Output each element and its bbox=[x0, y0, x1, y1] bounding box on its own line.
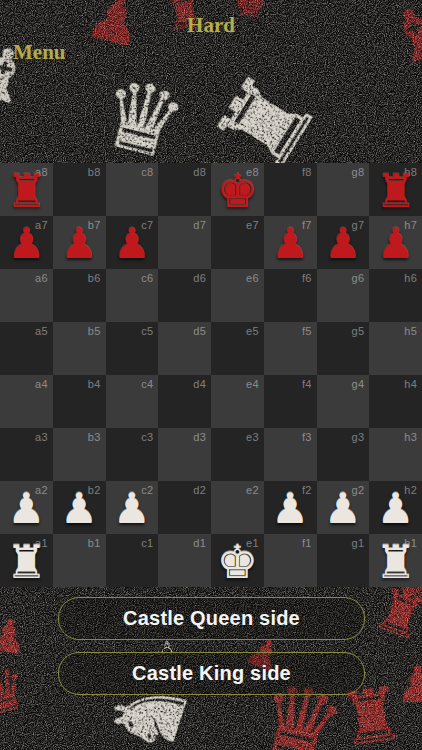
square-b6[interactable]: b6 bbox=[53, 269, 106, 322]
square-label-f1: f1 bbox=[302, 537, 312, 549]
square-b2[interactable]: b2♟ bbox=[53, 481, 106, 534]
square-label-c6: c6 bbox=[141, 272, 153, 284]
chess-board: a8♜b8c8d8e8♚f8g8h8♜a7♟b7♟c7♟d7e7f7♟g7♟h7… bbox=[0, 163, 422, 587]
square-f6[interactable]: f6 bbox=[264, 269, 317, 322]
square-label-c1: c1 bbox=[141, 537, 153, 549]
square-g2[interactable]: g2♟ bbox=[317, 481, 370, 534]
castle-queenside-button[interactable]: Castle Queen side bbox=[58, 597, 365, 640]
square-label-a6: a6 bbox=[35, 272, 48, 284]
square-d4[interactable]: d4 bbox=[158, 375, 211, 428]
square-e2[interactable]: e2 bbox=[211, 481, 264, 534]
square-label-c3: c3 bbox=[141, 431, 153, 443]
square-e5[interactable]: e5 bbox=[211, 322, 264, 375]
square-label-g4: g4 bbox=[352, 378, 365, 390]
castle-kingside-button[interactable]: Castle King side bbox=[58, 652, 365, 695]
square-label-b4: b4 bbox=[88, 378, 101, 390]
castle-kingside-label: Castle King side bbox=[132, 662, 291, 685]
square-f5[interactable]: f5 bbox=[264, 322, 317, 375]
square-e4[interactable]: e4 bbox=[211, 375, 264, 428]
square-d7[interactable]: d7 bbox=[158, 216, 211, 269]
square-label-a3: a3 bbox=[35, 431, 48, 443]
piece-white-rook-h1[interactable]: ♜ bbox=[369, 534, 422, 587]
piece-red-pawn-b7[interactable]: ♟ bbox=[53, 216, 106, 269]
square-label-g6: g6 bbox=[352, 272, 365, 284]
square-f3[interactable]: f3 bbox=[264, 428, 317, 481]
square-a5[interactable]: a5 bbox=[0, 322, 53, 375]
square-h5[interactable]: h5 bbox=[369, 322, 422, 375]
square-label-e4: e4 bbox=[246, 378, 259, 390]
square-label-g3: g3 bbox=[352, 431, 365, 443]
piece-white-pawn-b2[interactable]: ♟ bbox=[53, 481, 106, 534]
square-e8[interactable]: e8♚ bbox=[211, 163, 264, 216]
square-h8[interactable]: h8♜ bbox=[369, 163, 422, 216]
square-label-g5: g5 bbox=[352, 325, 365, 337]
piece-white-pawn-f2[interactable]: ♟ bbox=[264, 481, 317, 534]
piece-red-rook-a8[interactable]: ♜ bbox=[0, 163, 53, 216]
square-label-b8: b8 bbox=[88, 166, 101, 178]
square-f8[interactable]: f8 bbox=[264, 163, 317, 216]
square-c1[interactable]: c1 bbox=[106, 534, 159, 587]
square-label-a4: a4 bbox=[35, 378, 48, 390]
square-label-d4: d4 bbox=[193, 378, 206, 390]
piece-white-rook-a1[interactable]: ♜ bbox=[0, 534, 53, 587]
square-label-a5: a5 bbox=[35, 325, 48, 337]
square-label-d6: d6 bbox=[193, 272, 206, 284]
piece-red-pawn-h7[interactable]: ♟ bbox=[369, 216, 422, 269]
square-h4[interactable]: h4 bbox=[369, 375, 422, 428]
square-a7[interactable]: a7♟ bbox=[0, 216, 53, 269]
square-label-h5: h5 bbox=[404, 325, 417, 337]
square-label-b1: b1 bbox=[88, 537, 101, 549]
square-label-f8: f8 bbox=[302, 166, 312, 178]
square-label-c4: c4 bbox=[141, 378, 153, 390]
square-label-e5: e5 bbox=[246, 325, 259, 337]
square-h3[interactable]: h3 bbox=[369, 428, 422, 481]
square-g5[interactable]: g5 bbox=[317, 322, 370, 375]
square-label-g1: g1 bbox=[352, 537, 365, 549]
square-label-d8: d8 bbox=[193, 166, 206, 178]
square-c3[interactable]: c3 bbox=[106, 428, 159, 481]
square-a6[interactable]: a6 bbox=[0, 269, 53, 322]
square-b5[interactable]: b5 bbox=[53, 322, 106, 375]
square-h1[interactable]: h1♜ bbox=[369, 534, 422, 587]
square-d6[interactable]: d6 bbox=[158, 269, 211, 322]
square-d1[interactable]: d1 bbox=[158, 534, 211, 587]
piece-red-rook-h8[interactable]: ♜ bbox=[369, 163, 422, 216]
castle-queenside-label: Castle Queen side bbox=[123, 607, 300, 630]
square-label-g8: g8 bbox=[352, 166, 365, 178]
square-b8[interactable]: b8 bbox=[53, 163, 106, 216]
square-label-e6: e6 bbox=[246, 272, 259, 284]
square-label-e7: e7 bbox=[246, 219, 259, 231]
square-b7[interactable]: b7♟ bbox=[53, 216, 106, 269]
square-e3[interactable]: e3 bbox=[211, 428, 264, 481]
square-a4[interactable]: a4 bbox=[0, 375, 53, 428]
square-label-d2: d2 bbox=[193, 484, 206, 496]
square-c7[interactable]: c7♟ bbox=[106, 216, 159, 269]
square-h7[interactable]: h7♟ bbox=[369, 216, 422, 269]
square-label-c5: c5 bbox=[141, 325, 153, 337]
square-d3[interactable]: d3 bbox=[158, 428, 211, 481]
piece-red-pawn-c7[interactable]: ♟ bbox=[106, 216, 159, 269]
square-e6[interactable]: e6 bbox=[211, 269, 264, 322]
square-label-b5: b5 bbox=[88, 325, 101, 337]
square-g7[interactable]: g7♟ bbox=[317, 216, 370, 269]
square-c4[interactable]: c4 bbox=[106, 375, 159, 428]
square-label-c8: c8 bbox=[141, 166, 153, 178]
square-label-h4: h4 bbox=[404, 378, 417, 390]
square-g4[interactable]: g4 bbox=[317, 375, 370, 428]
square-f1[interactable]: f1 bbox=[264, 534, 317, 587]
piece-white-pawn-a2[interactable]: ♟ bbox=[0, 481, 53, 534]
square-label-f5: f5 bbox=[302, 325, 312, 337]
square-b1[interactable]: b1 bbox=[53, 534, 106, 587]
square-label-f4: f4 bbox=[302, 378, 312, 390]
square-d8[interactable]: d8 bbox=[158, 163, 211, 216]
square-d2[interactable]: d2 bbox=[158, 481, 211, 534]
square-c5[interactable]: c5 bbox=[106, 322, 159, 375]
square-h2[interactable]: h2♟ bbox=[369, 481, 422, 534]
page-title: Hard bbox=[0, 13, 422, 38]
square-f4[interactable]: f4 bbox=[264, 375, 317, 428]
piece-white-king-e1[interactable]: ♚ bbox=[211, 534, 264, 587]
square-label-d7: d7 bbox=[193, 219, 206, 231]
square-label-d5: d5 bbox=[193, 325, 206, 337]
square-g6[interactable]: g6 bbox=[317, 269, 370, 322]
square-c6[interactable]: c6 bbox=[106, 269, 159, 322]
square-b4[interactable]: b4 bbox=[53, 375, 106, 428]
square-c8[interactable]: c8 bbox=[106, 163, 159, 216]
square-e7[interactable]: e7 bbox=[211, 216, 264, 269]
square-label-e3: e3 bbox=[246, 431, 259, 443]
square-label-d1: d1 bbox=[193, 537, 206, 549]
square-a3[interactable]: a3 bbox=[0, 428, 53, 481]
piece-white-pawn-c2[interactable]: ♟ bbox=[106, 481, 159, 534]
square-h6[interactable]: h6 bbox=[369, 269, 422, 322]
square-a1[interactable]: a1♜ bbox=[0, 534, 53, 587]
square-f7[interactable]: f7♟ bbox=[264, 216, 317, 269]
piece-red-pawn-g7[interactable]: ♟ bbox=[317, 216, 370, 269]
square-label-f6: f6 bbox=[302, 272, 312, 284]
square-c2[interactable]: c2♟ bbox=[106, 481, 159, 534]
square-label-b3: b3 bbox=[88, 431, 101, 443]
piece-red-pawn-f7[interactable]: ♟ bbox=[264, 216, 317, 269]
square-label-h3: h3 bbox=[404, 431, 417, 443]
square-a2[interactable]: a2♟ bbox=[0, 481, 53, 534]
piece-red-pawn-a7[interactable]: ♟ bbox=[0, 216, 53, 269]
square-f2[interactable]: f2♟ bbox=[264, 481, 317, 534]
square-label-e2: e2 bbox=[246, 484, 259, 496]
piece-red-king-e8[interactable]: ♚ bbox=[211, 163, 264, 216]
menu-button[interactable]: Menu bbox=[13, 40, 66, 65]
piece-white-pawn-g2[interactable]: ♟ bbox=[317, 481, 370, 534]
piece-white-pawn-h2[interactable]: ♟ bbox=[369, 481, 422, 534]
square-b3[interactable]: b3 bbox=[53, 428, 106, 481]
square-label-h6: h6 bbox=[404, 272, 417, 284]
square-g1[interactable]: g1 bbox=[317, 534, 370, 587]
square-label-b6: b6 bbox=[88, 272, 101, 284]
square-a8[interactable]: a8♜ bbox=[0, 163, 53, 216]
square-g3[interactable]: g3 bbox=[317, 428, 370, 481]
app-screen: ♝♛♜♟♜♚♝♟♛♜♜♟♟♙♞♛♜ Hard Menu a8♜b8c8d8e8♚… bbox=[0, 0, 422, 750]
square-g8[interactable]: g8 bbox=[317, 163, 370, 216]
square-label-f3: f3 bbox=[302, 431, 312, 443]
square-e1[interactable]: e1♚ bbox=[211, 534, 264, 587]
square-label-d3: d3 bbox=[193, 431, 206, 443]
square-d5[interactable]: d5 bbox=[158, 322, 211, 375]
